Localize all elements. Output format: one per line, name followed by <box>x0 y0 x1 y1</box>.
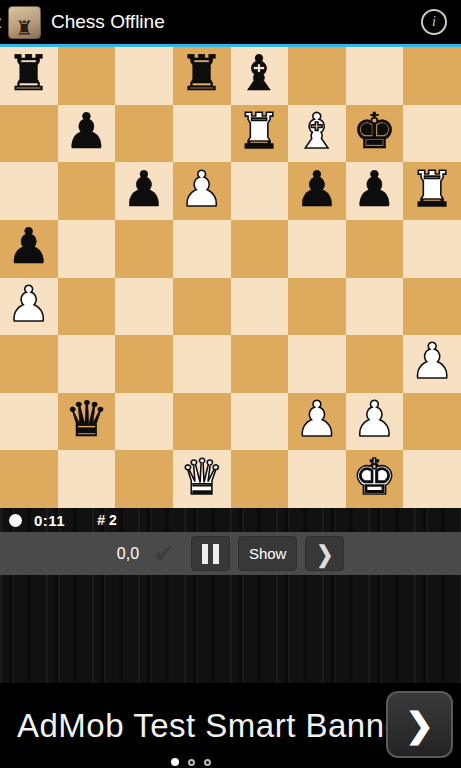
square-c8[interactable] <box>115 47 173 105</box>
ad-banner[interactable]: AdMob Test Smart Banner ❯ <box>0 683 461 768</box>
square-h7[interactable] <box>403 105 461 163</box>
score-label: 0,0 <box>117 545 139 563</box>
square-c2[interactable] <box>115 393 173 451</box>
square-a3[interactable] <box>0 335 58 393</box>
black-king-icon: ♚ <box>353 107 397 156</box>
square-a7[interactable] <box>0 105 58 163</box>
black-pawn-icon: ♟ <box>353 165 397 214</box>
square-d3[interactable] <box>173 335 231 393</box>
white-pawn-icon: ♟ <box>410 337 454 386</box>
square-f4[interactable] <box>288 278 346 336</box>
square-f3[interactable] <box>288 335 346 393</box>
black-pawn-icon: ♟ <box>64 107 108 156</box>
black-pawn-icon: ♟ <box>122 165 166 214</box>
square-e1[interactable] <box>231 450 289 508</box>
white-king-icon: ♚ <box>353 453 397 502</box>
square-a2[interactable] <box>0 393 58 451</box>
square-h5[interactable] <box>403 220 461 278</box>
square-b3[interactable] <box>58 335 116 393</box>
square-b7[interactable]: ♟ <box>58 105 116 163</box>
black-rook-icon: ♜ <box>7 49 51 98</box>
square-a4[interactable]: ♟ <box>0 278 58 336</box>
show-button[interactable]: Show <box>238 536 298 571</box>
white-pawn-icon: ♟ <box>7 280 51 329</box>
square-d4[interactable] <box>173 278 231 336</box>
square-f1[interactable] <box>288 450 346 508</box>
white-pawn-icon: ♟ <box>353 395 397 444</box>
square-c3[interactable] <box>115 335 173 393</box>
square-c7[interactable] <box>115 105 173 163</box>
square-g3[interactable] <box>346 335 404 393</box>
turn-indicator-icon <box>9 514 22 527</box>
square-f8[interactable] <box>288 47 346 105</box>
white-bishop-icon: ♝ <box>295 107 339 156</box>
chevron-right-icon: ❯ <box>405 705 434 745</box>
square-h1[interactable] <box>403 450 461 508</box>
square-b8[interactable] <box>58 47 116 105</box>
back-icon[interactable]: ‹ <box>0 0 8 44</box>
square-e8[interactable]: ♝ <box>231 47 289 105</box>
action-bar: ‹ ♜ Chess Offline i <box>0 0 461 44</box>
mate-in-label: # 2 <box>97 512 116 528</box>
chevron-right-icon: ❯ <box>316 540 333 568</box>
square-h2[interactable] <box>403 393 461 451</box>
square-g2[interactable]: ♟ <box>346 393 404 451</box>
square-f2[interactable]: ♟ <box>288 393 346 451</box>
square-c6[interactable]: ♟ <box>115 162 173 220</box>
page-dot-3 <box>204 759 211 766</box>
square-g4[interactable] <box>346 278 404 336</box>
ad-page-dots <box>0 758 381 766</box>
black-queen-icon: ♛ <box>64 395 108 444</box>
black-pawn-icon: ♟ <box>7 222 51 271</box>
square-h8[interactable] <box>403 47 461 105</box>
white-pawn-icon: ♟ <box>180 165 224 214</box>
square-a8[interactable]: ♜ <box>0 47 58 105</box>
square-h6[interactable]: ♜ <box>403 162 461 220</box>
white-rook-icon: ♜ <box>410 165 454 214</box>
status-bar: 0:11 # 2 <box>0 508 461 532</box>
square-b4[interactable] <box>58 278 116 336</box>
square-g5[interactable] <box>346 220 404 278</box>
square-g8[interactable] <box>346 47 404 105</box>
square-f6[interactable]: ♟ <box>288 162 346 220</box>
square-a5[interactable]: ♟ <box>0 220 58 278</box>
ad-banner-text: AdMob Test Smart Banner <box>17 707 415 745</box>
square-c1[interactable] <box>115 450 173 508</box>
square-d7[interactable] <box>173 105 231 163</box>
app-icon[interactable]: ♜ <box>8 6 41 39</box>
chess-board[interactable]: ♜♜♝♟♜♝♚♟♟♟♟♜♟♟♟♛♟♟♛♚ <box>0 47 461 508</box>
square-g7[interactable]: ♚ <box>346 105 404 163</box>
white-queen-icon: ♛ <box>180 453 224 502</box>
square-c4[interactable] <box>115 278 173 336</box>
clock-label: 0:11 <box>34 512 65 529</box>
show-button-label: Show <box>249 545 287 562</box>
square-f7[interactable]: ♝ <box>288 105 346 163</box>
square-g6[interactable]: ♟ <box>346 162 404 220</box>
page-title: Chess Offline <box>51 11 421 33</box>
control-bar: 0,0 ✔ Show ❯ <box>0 532 461 575</box>
square-b6[interactable] <box>58 162 116 220</box>
white-rook-icon: ♜ <box>237 107 281 156</box>
square-e2[interactable] <box>231 393 289 451</box>
square-f5[interactable] <box>288 220 346 278</box>
square-d5[interactable] <box>173 220 231 278</box>
black-rook-icon: ♜ <box>180 49 224 98</box>
square-e7[interactable]: ♜ <box>231 105 289 163</box>
square-e3[interactable] <box>231 335 289 393</box>
square-a1[interactable] <box>0 450 58 508</box>
square-h4[interactable] <box>403 278 461 336</box>
square-b5[interactable] <box>58 220 116 278</box>
page-dot-1 <box>171 758 179 766</box>
black-bishop-icon: ♝ <box>237 49 281 98</box>
pause-button[interactable] <box>191 536 230 571</box>
next-move-button[interactable]: ❯ <box>305 536 344 571</box>
square-e6[interactable] <box>231 162 289 220</box>
wood-background <box>0 575 461 683</box>
confirm-check-icon[interactable]: ✔ <box>153 541 175 567</box>
app-window: ‹ ♜ Chess Offline i ♜♜♝♟♜♝♚♟♟♟♟♜♟♟♟♛♟♟♛♚… <box>0 0 461 768</box>
square-d2[interactable] <box>173 393 231 451</box>
square-e4[interactable] <box>231 278 289 336</box>
square-d6[interactable]: ♟ <box>173 162 231 220</box>
square-c5[interactable] <box>115 220 173 278</box>
square-d1[interactable]: ♛ <box>173 450 231 508</box>
square-d8[interactable]: ♜ <box>173 47 231 105</box>
white-pawn-icon: ♟ <box>295 395 339 444</box>
square-b1[interactable] <box>58 450 116 508</box>
pause-icon <box>202 544 219 564</box>
ad-cta-button[interactable]: ❯ <box>386 691 453 758</box>
info-icon[interactable]: i <box>421 9 447 35</box>
square-a6[interactable] <box>0 162 58 220</box>
black-pawn-icon: ♟ <box>295 165 339 214</box>
square-e5[interactable] <box>231 220 289 278</box>
square-g1[interactable]: ♚ <box>346 450 404 508</box>
page-dot-2 <box>188 759 195 766</box>
square-h3[interactable]: ♟ <box>403 335 461 393</box>
square-b2[interactable]: ♛ <box>58 393 116 451</box>
